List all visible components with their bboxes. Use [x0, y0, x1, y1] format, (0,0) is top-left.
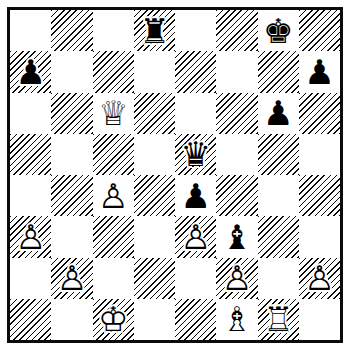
square-g6[interactable]: ♟♟ [258, 93, 299, 134]
square-d2[interactable] [134, 258, 175, 299]
white-queen: ♛♕ [93, 93, 134, 134]
black-pawn-glyph: ♟ [175, 175, 216, 216]
black-pawn: ♟♟ [175, 175, 216, 216]
square-f3[interactable]: ♝♝ [216, 216, 257, 257]
black-pawn-glyph: ♟ [299, 51, 340, 92]
square-d5[interactable] [134, 134, 175, 175]
square-b3[interactable] [51, 216, 92, 257]
square-e5[interactable]: ♛♛ [175, 134, 216, 175]
white-king-glyph: ♔ [93, 299, 134, 340]
square-c1[interactable]: ♚♔ [93, 299, 134, 340]
square-c5[interactable] [93, 134, 134, 175]
square-e1[interactable] [175, 299, 216, 340]
square-h8[interactable] [299, 10, 340, 51]
square-b5[interactable] [51, 134, 92, 175]
square-d7[interactable] [134, 51, 175, 92]
square-a7[interactable]: ♟♟ [10, 51, 51, 92]
black-rook-glyph: ♜ [134, 10, 175, 51]
white-pawn: ♟♙ [175, 216, 216, 257]
square-c2[interactable] [93, 258, 134, 299]
square-f7[interactable] [216, 51, 257, 92]
white-king: ♚♔ [93, 299, 134, 340]
white-pawn-glyph: ♙ [216, 258, 257, 299]
black-pawn: ♟♟ [299, 51, 340, 92]
square-a2[interactable] [10, 258, 51, 299]
square-c3[interactable] [93, 216, 134, 257]
square-b2[interactable]: ♟♙ [51, 258, 92, 299]
square-g1[interactable]: ♜♖ [258, 299, 299, 340]
black-king: ♚♚ [258, 10, 299, 51]
square-c7[interactable] [93, 51, 134, 92]
square-h3[interactable] [299, 216, 340, 257]
black-bishop: ♝♝ [216, 216, 257, 257]
white-queen-glyph: ♕ [93, 93, 134, 134]
white-pawn: ♟♙ [93, 175, 134, 216]
white-pawn-glyph: ♙ [299, 258, 340, 299]
black-queen-glyph: ♛ [175, 134, 216, 175]
white-rook-glyph: ♖ [258, 299, 299, 340]
white-pawn: ♟♙ [51, 258, 92, 299]
square-a1[interactable] [10, 299, 51, 340]
square-a6[interactable] [10, 93, 51, 134]
square-d3[interactable] [134, 216, 175, 257]
square-a8[interactable] [10, 10, 51, 51]
black-rook: ♜♜ [134, 10, 175, 51]
white-bishop-glyph: ♗ [216, 299, 257, 340]
white-pawn-glyph: ♙ [10, 216, 51, 257]
square-f6[interactable] [216, 93, 257, 134]
square-g4[interactable] [258, 175, 299, 216]
square-a4[interactable] [10, 175, 51, 216]
black-bishop-glyph: ♝ [216, 216, 257, 257]
square-d6[interactable] [134, 93, 175, 134]
board-grid: ♜♜♚♚♟♟♟♟♛♕♟♟♛♛♟♙♟♟♟♙♟♙♝♝♟♙♟♙♟♙♚♔♝♗♜♖ [10, 10, 340, 340]
black-pawn: ♟♟ [258, 93, 299, 134]
square-e2[interactable] [175, 258, 216, 299]
white-pawn-glyph: ♙ [51, 258, 92, 299]
square-h7[interactable]: ♟♟ [299, 51, 340, 92]
square-h6[interactable] [299, 93, 340, 134]
square-h5[interactable] [299, 134, 340, 175]
white-pawn-glyph: ♙ [175, 216, 216, 257]
square-g8[interactable]: ♚♚ [258, 10, 299, 51]
square-e4[interactable]: ♟♟ [175, 175, 216, 216]
square-e8[interactable] [175, 10, 216, 51]
black-queen: ♛♛ [175, 134, 216, 175]
square-e3[interactable]: ♟♙ [175, 216, 216, 257]
square-f1[interactable]: ♝♗ [216, 299, 257, 340]
white-bishop: ♝♗ [216, 299, 257, 340]
square-d4[interactable] [134, 175, 175, 216]
square-f5[interactable] [216, 134, 257, 175]
white-pawn-glyph: ♙ [93, 175, 134, 216]
square-c8[interactable] [93, 10, 134, 51]
chess-board: ♜♜♚♚♟♟♟♟♛♕♟♟♛♛♟♙♟♟♟♙♟♙♝♝♟♙♟♙♟♙♚♔♝♗♜♖ [7, 7, 343, 343]
black-pawn-glyph: ♟ [10, 51, 51, 92]
square-c4[interactable]: ♟♙ [93, 175, 134, 216]
square-h4[interactable] [299, 175, 340, 216]
square-f8[interactable] [216, 10, 257, 51]
square-g5[interactable] [258, 134, 299, 175]
white-pawn: ♟♙ [10, 216, 51, 257]
square-a3[interactable]: ♟♙ [10, 216, 51, 257]
square-c6[interactable]: ♛♕ [93, 93, 134, 134]
square-d1[interactable] [134, 299, 175, 340]
square-g3[interactable] [258, 216, 299, 257]
square-h2[interactable]: ♟♙ [299, 258, 340, 299]
white-rook: ♜♖ [258, 299, 299, 340]
square-b6[interactable] [51, 93, 92, 134]
square-f4[interactable] [216, 175, 257, 216]
square-e6[interactable] [175, 93, 216, 134]
square-f2[interactable]: ♟♙ [216, 258, 257, 299]
white-pawn: ♟♙ [216, 258, 257, 299]
white-pawn: ♟♙ [299, 258, 340, 299]
square-d8[interactable]: ♜♜ [134, 10, 175, 51]
black-king-glyph: ♚ [258, 10, 299, 51]
square-g2[interactable] [258, 258, 299, 299]
square-b7[interactable] [51, 51, 92, 92]
square-h1[interactable] [299, 299, 340, 340]
square-b4[interactable] [51, 175, 92, 216]
square-g7[interactable] [258, 51, 299, 92]
black-pawn-glyph: ♟ [258, 93, 299, 134]
square-b8[interactable] [51, 10, 92, 51]
square-e7[interactable] [175, 51, 216, 92]
black-pawn: ♟♟ [10, 51, 51, 92]
square-b1[interactable] [51, 299, 92, 340]
square-a5[interactable] [10, 134, 51, 175]
